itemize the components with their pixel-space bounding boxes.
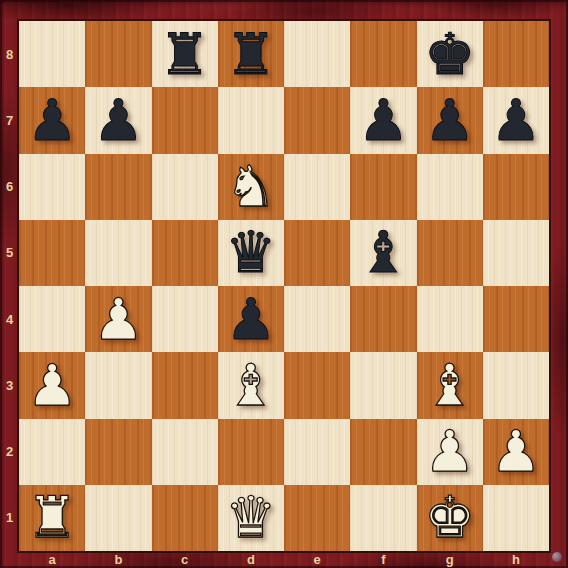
- square-d7[interactable]: [218, 87, 284, 153]
- square-a8[interactable]: [19, 21, 85, 87]
- square-h3[interactable]: [483, 352, 549, 418]
- piece-white-pawn[interactable]: ♟: [27, 357, 78, 414]
- piece-white-queen[interactable]: ♛: [225, 489, 276, 546]
- square-c6[interactable]: [152, 154, 218, 220]
- square-d4[interactable]: ♟: [218, 286, 284, 352]
- file-label-g: g: [417, 551, 483, 568]
- piece-black-pawn[interactable]: ♟: [490, 92, 541, 149]
- piece-black-pawn[interactable]: ♟: [358, 92, 409, 149]
- square-f4[interactable]: [350, 286, 416, 352]
- square-f2[interactable]: [350, 419, 416, 485]
- square-c5[interactable]: [152, 220, 218, 286]
- square-e7[interactable]: [284, 87, 350, 153]
- square-g5[interactable]: [417, 220, 483, 286]
- square-a2[interactable]: [19, 419, 85, 485]
- piece-black-rook[interactable]: ♜: [159, 26, 210, 83]
- square-g8[interactable]: ♚: [417, 21, 483, 87]
- file-label-h: h: [483, 551, 549, 568]
- square-b2[interactable]: [85, 419, 151, 485]
- square-h4[interactable]: [483, 286, 549, 352]
- square-h5[interactable]: [483, 220, 549, 286]
- square-c3[interactable]: [152, 352, 218, 418]
- square-b8[interactable]: [85, 21, 151, 87]
- square-e6[interactable]: [284, 154, 350, 220]
- rank-label-6: 6: [0, 154, 19, 220]
- square-c8[interactable]: ♜: [152, 21, 218, 87]
- square-c1[interactable]: [152, 485, 218, 551]
- square-h6[interactable]: [483, 154, 549, 220]
- square-e3[interactable]: [284, 352, 350, 418]
- piece-black-pawn[interactable]: ♟: [225, 291, 276, 348]
- piece-black-pawn[interactable]: ♟: [27, 92, 78, 149]
- rank-label-7: 7: [0, 87, 19, 153]
- piece-white-pawn[interactable]: ♟: [490, 423, 541, 480]
- file-label-c: c: [152, 551, 218, 568]
- rank-label-4: 4: [0, 286, 19, 352]
- square-g3[interactable]: ♝: [417, 352, 483, 418]
- piece-black-queen[interactable]: ♛: [225, 224, 276, 281]
- square-b3[interactable]: [85, 352, 151, 418]
- square-g7[interactable]: ♟: [417, 87, 483, 153]
- square-a1[interactable]: ♜: [19, 485, 85, 551]
- square-g4[interactable]: [417, 286, 483, 352]
- square-f5[interactable]: ♝: [350, 220, 416, 286]
- rank-label-2: 2: [0, 419, 19, 485]
- square-h2[interactable]: ♟: [483, 419, 549, 485]
- board-frame: ♜♜♚♟♟♟♟♟♞♛♝♟♟♟♝♝♟♟♜♛♚ 87654321 abcdefgh: [0, 0, 568, 568]
- square-a3[interactable]: ♟: [19, 352, 85, 418]
- file-label-e: e: [284, 551, 350, 568]
- square-d3[interactable]: ♝: [218, 352, 284, 418]
- piece-white-king[interactable]: ♚: [424, 489, 475, 546]
- piece-white-bishop[interactable]: ♝: [225, 357, 276, 414]
- piece-white-pawn[interactable]: ♟: [93, 291, 144, 348]
- square-e4[interactable]: [284, 286, 350, 352]
- square-f7[interactable]: ♟: [350, 87, 416, 153]
- square-d1[interactable]: ♛: [218, 485, 284, 551]
- square-e8[interactable]: [284, 21, 350, 87]
- square-c4[interactable]: [152, 286, 218, 352]
- square-h7[interactable]: ♟: [483, 87, 549, 153]
- square-c2[interactable]: [152, 419, 218, 485]
- file-labels: abcdefgh: [19, 551, 549, 568]
- rank-labels: 87654321: [0, 21, 19, 551]
- piece-black-pawn[interactable]: ♟: [93, 92, 144, 149]
- square-a5[interactable]: [19, 220, 85, 286]
- square-b4[interactable]: ♟: [85, 286, 151, 352]
- square-e1[interactable]: [284, 485, 350, 551]
- square-g2[interactable]: ♟: [417, 419, 483, 485]
- piece-black-bishop[interactable]: ♝: [358, 224, 409, 281]
- file-label-d: d: [218, 551, 284, 568]
- file-label-f: f: [350, 551, 416, 568]
- rank-label-1: 1: [0, 485, 19, 551]
- piece-black-rook[interactable]: ♜: [225, 26, 276, 83]
- chess-board: ♜♜♚♟♟♟♟♟♞♛♝♟♟♟♝♝♟♟♜♛♚: [19, 21, 549, 551]
- rank-label-8: 8: [0, 21, 19, 87]
- square-g1[interactable]: ♚: [417, 485, 483, 551]
- square-a6[interactable]: [19, 154, 85, 220]
- square-d5[interactable]: ♛: [218, 220, 284, 286]
- square-g6[interactable]: [417, 154, 483, 220]
- square-h1[interactable]: [483, 485, 549, 551]
- square-f1[interactable]: [350, 485, 416, 551]
- square-e5[interactable]: [284, 220, 350, 286]
- square-h8[interactable]: [483, 21, 549, 87]
- file-label-a: a: [19, 551, 85, 568]
- square-f8[interactable]: [350, 21, 416, 87]
- square-d8[interactable]: ♜: [218, 21, 284, 87]
- square-a4[interactable]: [19, 286, 85, 352]
- piece-white-rook[interactable]: ♜: [27, 489, 78, 546]
- square-d6[interactable]: ♞: [218, 154, 284, 220]
- square-d2[interactable]: [218, 419, 284, 485]
- piece-white-bishop[interactable]: ♝: [424, 357, 475, 414]
- square-b7[interactable]: ♟: [85, 87, 151, 153]
- square-b1[interactable]: [85, 485, 151, 551]
- file-label-b: b: [85, 551, 151, 568]
- square-b6[interactable]: [85, 154, 151, 220]
- square-f6[interactable]: [350, 154, 416, 220]
- piece-black-pawn[interactable]: ♟: [424, 92, 475, 149]
- square-a7[interactable]: ♟: [19, 87, 85, 153]
- square-b5[interactable]: [85, 220, 151, 286]
- piece-white-pawn[interactable]: ♟: [424, 423, 475, 480]
- square-f3[interactable]: [350, 352, 416, 418]
- piece-white-knight[interactable]: ♞: [225, 158, 276, 215]
- rank-label-3: 3: [0, 352, 19, 418]
- square-e2[interactable]: [284, 419, 350, 485]
- rank-label-5: 5: [0, 220, 19, 286]
- square-c7[interactable]: [152, 87, 218, 153]
- corner-dot: [552, 552, 562, 562]
- piece-black-king[interactable]: ♚: [424, 26, 475, 83]
